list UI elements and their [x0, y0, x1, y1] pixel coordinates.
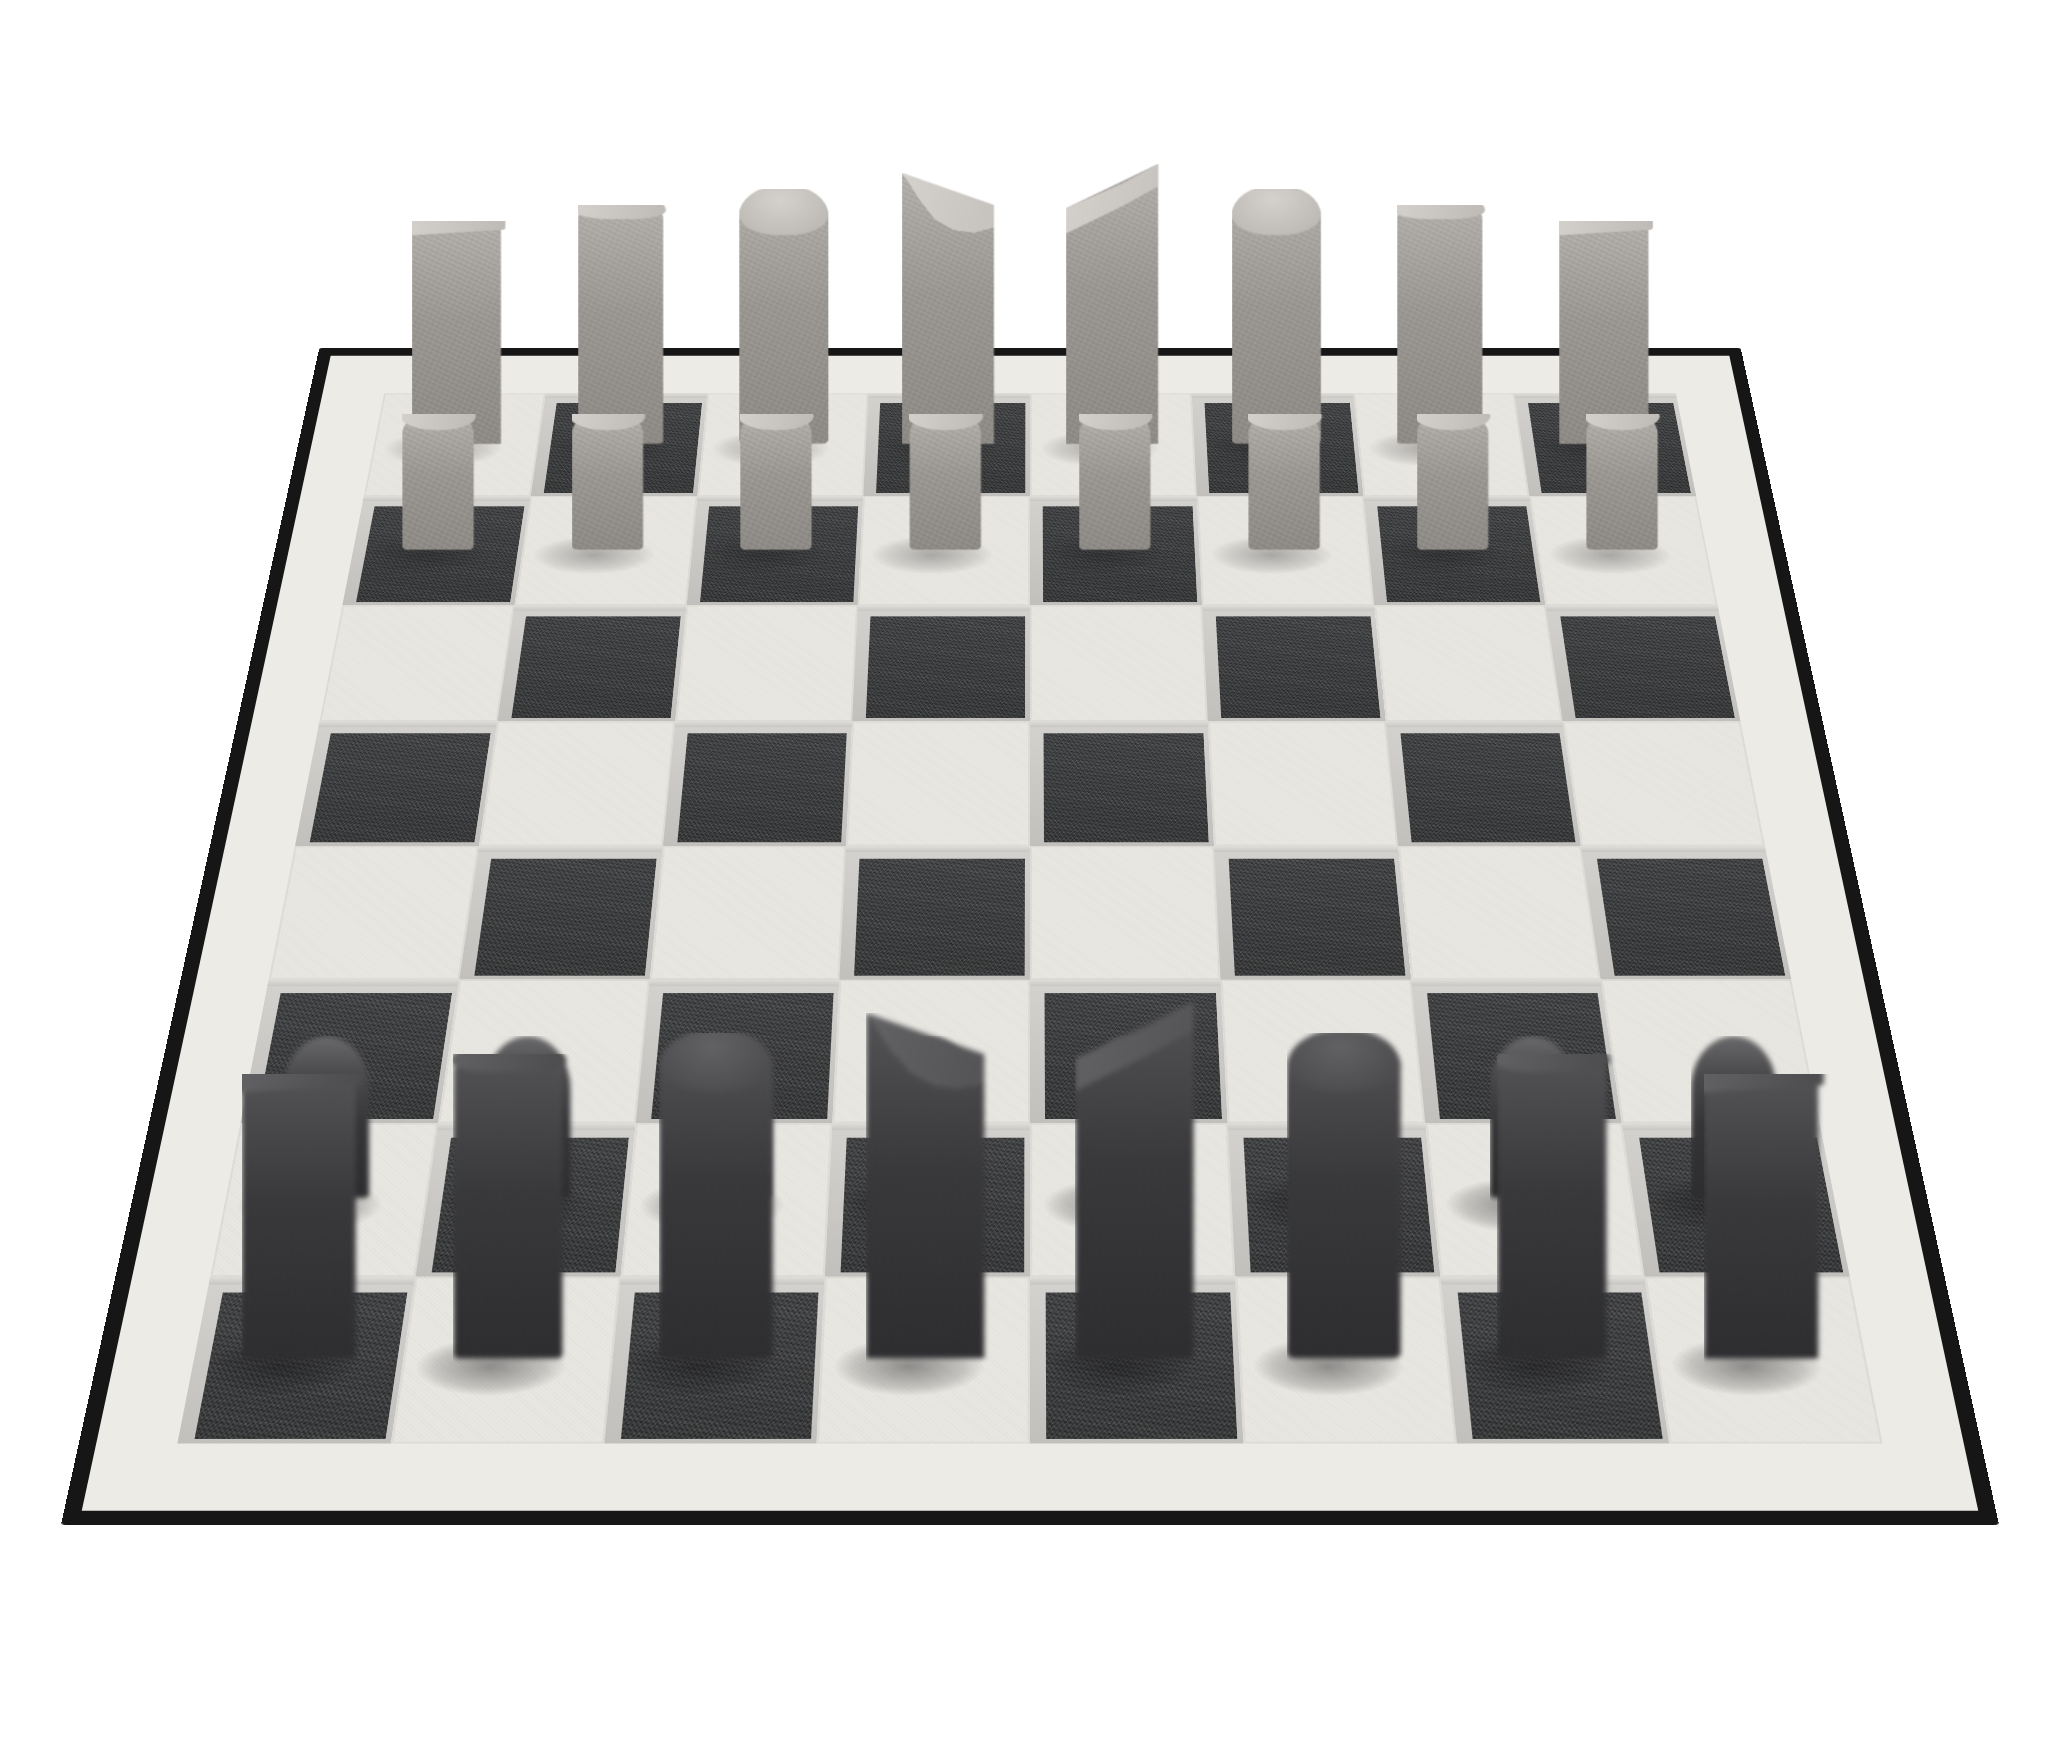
square-e4[interactable] [1030, 846, 1220, 979]
piece-body [1417, 413, 1489, 549]
black-rook-a1[interactable] [242, 1074, 356, 1358]
piece-body [1498, 1054, 1607, 1359]
square-f5[interactable] [1208, 722, 1398, 846]
chess-board [61, 348, 1999, 1525]
piece-top-face [1394, 196, 1485, 219]
piece-body [1586, 413, 1658, 549]
piece-top-face [1494, 1042, 1610, 1072]
square-e6[interactable] [1030, 605, 1208, 721]
piece-body [1248, 413, 1320, 549]
board-margin [82, 356, 1979, 1511]
board-frame [61, 348, 1999, 1525]
board-grid [177, 393, 1882, 1443]
piece-figure [910, 413, 982, 549]
white-pawn-c7[interactable] [740, 413, 812, 549]
piece-top-face [1246, 402, 1321, 430]
square-b6[interactable] [497, 605, 686, 721]
piece-body [740, 413, 812, 549]
square-f1[interactable] [1235, 1277, 1456, 1444]
piece-body [910, 413, 982, 549]
piece-top-face [739, 185, 828, 235]
square-f4[interactable] [1214, 846, 1411, 979]
piece-figure [1079, 413, 1151, 549]
piece-top-face [1415, 402, 1490, 430]
piece-figure [1248, 413, 1320, 549]
piece-top-face [1231, 185, 1320, 235]
white-pawn-e7[interactable] [1079, 413, 1151, 549]
square-h1[interactable] [1645, 1277, 1883, 1444]
square-b4[interactable] [459, 846, 662, 979]
piece-body [1705, 1074, 1819, 1358]
black-king-e1[interactable] [1075, 1002, 1193, 1359]
square-a5[interactable] [295, 722, 497, 846]
square-d5[interactable] [846, 722, 1030, 846]
square-e7[interactable] [1030, 496, 1202, 605]
white-pawn-h7[interactable] [1586, 413, 1658, 549]
square-h6[interactable] [1546, 605, 1741, 721]
photo-stage [0, 0, 2048, 1742]
square-f6[interactable] [1202, 605, 1385, 721]
piece-figure [1075, 1002, 1193, 1359]
piece-figure [660, 1033, 774, 1358]
square-f7[interactable] [1197, 496, 1374, 605]
square-c4[interactable] [649, 846, 846, 979]
square-d7[interactable] [858, 496, 1030, 605]
square-b7[interactable] [514, 496, 697, 605]
square-a1[interactable] [177, 1277, 415, 1444]
square-h7[interactable] [1530, 496, 1718, 605]
white-pawn-g7[interactable] [1417, 413, 1489, 549]
black-bishop-c1[interactable] [660, 1033, 774, 1358]
piece-body [571, 413, 643, 549]
square-d1[interactable] [817, 1277, 1030, 1444]
piece-top-face [1287, 1029, 1401, 1093]
piece-figure [1417, 413, 1489, 549]
piece-body [453, 1054, 562, 1359]
piece-top-face [569, 402, 644, 430]
piece-top-face [739, 402, 814, 430]
piece-body [402, 413, 474, 549]
square-c5[interactable] [663, 722, 853, 846]
piece-top-face [908, 402, 983, 430]
piece-figure [1287, 1033, 1401, 1358]
piece-figure [242, 1074, 356, 1358]
black-rook-h1[interactable] [1705, 1074, 1819, 1358]
piece-top-face [1584, 402, 1659, 430]
square-g7[interactable] [1363, 496, 1546, 605]
square-d6[interactable] [852, 605, 1030, 721]
black-queen-d1[interactable] [866, 1013, 984, 1359]
square-h4[interactable] [1581, 846, 1791, 979]
square-a4[interactable] [269, 846, 479, 979]
piece-body [1079, 413, 1151, 549]
piece-figure [740, 413, 812, 549]
square-h5[interactable] [1563, 722, 1765, 846]
square-g5[interactable] [1385, 722, 1581, 846]
black-knight-b1[interactable] [453, 1054, 562, 1359]
square-c1[interactable] [604, 1277, 825, 1444]
square-d4[interactable] [840, 846, 1030, 979]
black-knight-g1[interactable] [1498, 1054, 1607, 1359]
white-pawn-d7[interactable] [910, 413, 982, 549]
piece-figure [571, 413, 643, 549]
piece-top-face [660, 1029, 774, 1093]
square-e5[interactable] [1030, 722, 1214, 846]
square-b5[interactable] [479, 722, 675, 846]
piece-figure [1705, 1074, 1819, 1358]
square-a6[interactable] [320, 605, 515, 721]
piece-top-face [1077, 402, 1152, 430]
piece-figure [453, 1054, 562, 1359]
square-c6[interactable] [675, 605, 858, 721]
piece-figure [402, 413, 474, 549]
square-a7[interactable] [342, 496, 530, 605]
piece-figure [866, 1013, 984, 1359]
piece-top-face [450, 1042, 566, 1072]
square-b1[interactable] [391, 1277, 621, 1444]
piece-figure [1586, 413, 1658, 549]
white-pawn-f7[interactable] [1248, 413, 1320, 549]
piece-top-face [400, 402, 475, 430]
square-e1[interactable] [1030, 1277, 1243, 1444]
white-pawn-a7[interactable] [402, 413, 474, 549]
piece-figure [1498, 1054, 1607, 1359]
white-pawn-b7[interactable] [571, 413, 643, 549]
square-g6[interactable] [1374, 605, 1563, 721]
square-g4[interactable] [1398, 846, 1601, 979]
piece-top-face [575, 196, 666, 219]
square-c7[interactable] [686, 496, 863, 605]
piece-body [242, 1074, 356, 1358]
square-g1[interactable] [1440, 1277, 1670, 1444]
black-bishop-f1[interactable] [1287, 1033, 1401, 1358]
